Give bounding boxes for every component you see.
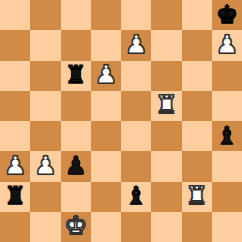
square-g5[interactable] bbox=[182, 91, 212, 121]
piece-black-bishop[interactable]: ♝ bbox=[216, 123, 238, 148]
square-b6[interactable] bbox=[30, 61, 60, 91]
square-a8[interactable] bbox=[0, 0, 30, 30]
square-b4[interactable] bbox=[30, 121, 60, 151]
square-e8[interactable] bbox=[121, 0, 151, 30]
square-c1[interactable]: ♚ bbox=[61, 212, 91, 242]
square-g4[interactable] bbox=[182, 121, 212, 151]
square-h8[interactable]: ♚ bbox=[212, 0, 242, 30]
piece-black-king[interactable]: ♚ bbox=[216, 2, 238, 27]
square-e3[interactable] bbox=[121, 151, 151, 181]
square-a6[interactable] bbox=[0, 61, 30, 91]
square-f2[interactable] bbox=[151, 182, 181, 212]
square-a4[interactable] bbox=[0, 121, 30, 151]
piece-white-pawn[interactable]: ♟ bbox=[34, 153, 56, 178]
square-g1[interactable] bbox=[182, 212, 212, 242]
square-h5[interactable] bbox=[212, 91, 242, 121]
square-c4[interactable] bbox=[61, 121, 91, 151]
square-a2[interactable]: ♜ bbox=[0, 182, 30, 212]
piece-black-rook[interactable]: ♜ bbox=[64, 62, 86, 87]
piece-white-pawn[interactable]: ♟ bbox=[216, 32, 238, 57]
square-e2[interactable]: ♝ bbox=[121, 182, 151, 212]
square-a7[interactable] bbox=[0, 30, 30, 60]
square-d4[interactable] bbox=[91, 121, 121, 151]
square-d1[interactable] bbox=[91, 212, 121, 242]
square-d5[interactable] bbox=[91, 91, 121, 121]
square-f6[interactable] bbox=[151, 61, 181, 91]
piece-white-pawn[interactable]: ♟ bbox=[95, 62, 117, 87]
square-b8[interactable] bbox=[30, 0, 60, 30]
chess-board: ♚♟♟♜♟♜♝♟♟♟♜♝♜♚ bbox=[0, 0, 242, 242]
square-c2[interactable] bbox=[61, 182, 91, 212]
square-h4[interactable]: ♝ bbox=[212, 121, 242, 151]
square-d2[interactable] bbox=[91, 182, 121, 212]
square-b1[interactable] bbox=[30, 212, 60, 242]
piece-black-rook[interactable]: ♜ bbox=[4, 183, 26, 208]
square-b3[interactable]: ♟ bbox=[30, 151, 60, 181]
square-h1[interactable] bbox=[212, 212, 242, 242]
square-d3[interactable] bbox=[91, 151, 121, 181]
piece-black-bishop[interactable]: ♝ bbox=[125, 183, 147, 208]
square-c3[interactable]: ♟ bbox=[61, 151, 91, 181]
square-f7[interactable] bbox=[151, 30, 181, 60]
square-g3[interactable] bbox=[182, 151, 212, 181]
square-a3[interactable]: ♟ bbox=[0, 151, 30, 181]
square-f4[interactable] bbox=[151, 121, 181, 151]
square-h3[interactable] bbox=[212, 151, 242, 181]
chess-board-container: ♚♟♟♜♟♜♝♟♟♟♜♝♜♚ bbox=[0, 0, 242, 242]
square-h7[interactable]: ♟ bbox=[212, 30, 242, 60]
square-f1[interactable] bbox=[151, 212, 181, 242]
piece-white-rook[interactable]: ♜ bbox=[155, 92, 177, 117]
square-d6[interactable]: ♟ bbox=[91, 61, 121, 91]
square-b2[interactable] bbox=[30, 182, 60, 212]
square-g2[interactable]: ♜ bbox=[182, 182, 212, 212]
square-f8[interactable] bbox=[151, 0, 181, 30]
square-e1[interactable] bbox=[121, 212, 151, 242]
square-h6[interactable] bbox=[212, 61, 242, 91]
square-f5[interactable]: ♜ bbox=[151, 91, 181, 121]
piece-white-pawn[interactable]: ♟ bbox=[125, 32, 147, 57]
square-b7[interactable] bbox=[30, 30, 60, 60]
square-f3[interactable] bbox=[151, 151, 181, 181]
piece-black-pawn[interactable]: ♟ bbox=[64, 153, 86, 178]
square-d7[interactable] bbox=[91, 30, 121, 60]
square-c7[interactable] bbox=[61, 30, 91, 60]
square-g8[interactable] bbox=[182, 0, 212, 30]
square-e7[interactable]: ♟ bbox=[121, 30, 151, 60]
square-g7[interactable] bbox=[182, 30, 212, 60]
piece-white-rook[interactable]: ♜ bbox=[185, 183, 207, 208]
square-c6[interactable]: ♜ bbox=[61, 61, 91, 91]
square-c5[interactable] bbox=[61, 91, 91, 121]
square-h2[interactable] bbox=[212, 182, 242, 212]
square-e5[interactable] bbox=[121, 91, 151, 121]
square-b5[interactable] bbox=[30, 91, 60, 121]
square-a1[interactable] bbox=[0, 212, 30, 242]
square-g6[interactable] bbox=[182, 61, 212, 91]
square-a5[interactable] bbox=[0, 91, 30, 121]
square-d8[interactable] bbox=[91, 0, 121, 30]
piece-white-pawn[interactable]: ♟ bbox=[4, 153, 26, 178]
square-e4[interactable] bbox=[121, 121, 151, 151]
piece-white-king[interactable]: ♚ bbox=[64, 213, 86, 238]
square-e6[interactable] bbox=[121, 61, 151, 91]
square-c8[interactable] bbox=[61, 0, 91, 30]
